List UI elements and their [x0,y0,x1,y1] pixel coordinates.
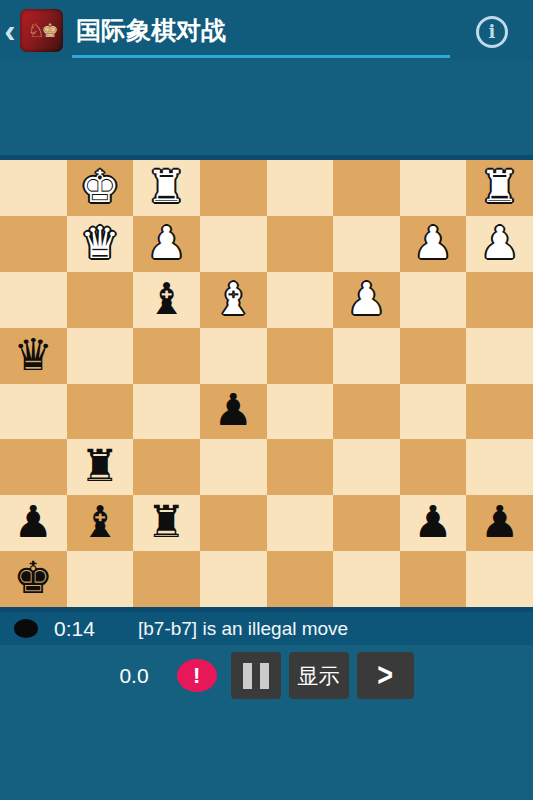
square-b4[interactable] [67,384,134,440]
square-g2[interactable]: ♟ [400,495,467,551]
white-pawn-c7: ♟ [147,221,186,265]
background-spacer [0,60,533,155]
white-pawn-g7: ♟ [413,221,452,265]
white-rook-c8: ♜ [147,165,186,209]
square-f4[interactable] [333,384,400,440]
info-icon[interactable]: i [476,16,508,48]
square-e3[interactable] [267,439,334,495]
square-h1[interactable] [466,551,533,607]
square-a3[interactable] [0,439,67,495]
white-bishop-d6: ♝ [213,277,252,321]
square-h2[interactable]: ♟ [466,495,533,551]
square-a1[interactable]: ♚ [0,551,67,607]
white-pawn-f6: ♟ [347,277,386,321]
white-queen-b7: ♛ [80,221,119,265]
square-d4[interactable]: ♟ [200,384,267,440]
square-d5[interactable] [200,328,267,384]
white-king-b8: ♚ [80,165,119,209]
square-c3[interactable] [133,439,200,495]
square-a8[interactable] [0,160,67,216]
square-c6[interactable]: ♝ [133,272,200,328]
square-e2[interactable] [267,495,334,551]
clock: 0:14 [54,617,114,641]
chevron-right-icon: > [377,656,393,695]
square-g7[interactable]: ♟ [400,216,467,272]
square-f8[interactable] [333,160,400,216]
square-g5[interactable] [400,328,467,384]
square-a4[interactable] [0,384,67,440]
square-e1[interactable] [267,551,334,607]
square-g8[interactable] [400,160,467,216]
square-b1[interactable] [67,551,134,607]
square-d7[interactable] [200,216,267,272]
square-d1[interactable] [200,551,267,607]
square-c4[interactable] [133,384,200,440]
black-turn-indicator-icon [14,619,38,638]
square-c2[interactable]: ♜ [133,495,200,551]
white-pawn-h7: ♟ [480,221,519,265]
square-d3[interactable] [200,439,267,495]
square-c5[interactable] [133,328,200,384]
square-f3[interactable] [333,439,400,495]
show-button[interactable]: 显示 [289,652,349,699]
next-move-button[interactable]: > [357,652,414,699]
square-h3[interactable] [466,439,533,495]
square-b5[interactable] [67,328,134,384]
square-g6[interactable] [400,272,467,328]
square-d2[interactable] [200,495,267,551]
square-a6[interactable] [0,272,67,328]
square-c7[interactable]: ♟ [133,216,200,272]
alert-badge[interactable]: ! [177,659,217,692]
pause-icon [243,663,269,689]
black-rook-c2: ♜ [147,500,186,544]
tab-indicator [72,55,450,58]
black-rook-b3: ♜ [80,444,119,488]
square-h4[interactable] [466,384,533,440]
back-button[interactable]: ‹ [2,13,18,47]
status-bar: 0:14 [b7-b7] is an illegal move [0,612,533,645]
square-d8[interactable] [200,160,267,216]
status-message: [b7-b7] is an illegal move [138,618,348,640]
square-h5[interactable] [466,328,533,384]
evaluation-score: 0.0 [119,664,148,688]
square-a7[interactable] [0,216,67,272]
black-pawn-a2: ♟ [14,500,53,544]
chess-board: ♚♜♜♛♟♟♟♝♝♟♛♟♜♟♝♜♟♟♚ [0,155,533,612]
black-bishop-b2: ♝ [80,500,119,544]
square-a5[interactable]: ♛ [0,328,67,384]
square-h6[interactable] [466,272,533,328]
square-h8[interactable]: ♜ [466,160,533,216]
square-b2[interactable]: ♝ [67,495,134,551]
black-queen-a5: ♛ [14,333,53,377]
square-b3[interactable]: ♜ [67,439,134,495]
square-b6[interactable] [67,272,134,328]
square-f5[interactable] [333,328,400,384]
square-g4[interactable] [400,384,467,440]
square-h7[interactable]: ♟ [466,216,533,272]
pause-button[interactable] [231,652,281,699]
square-c8[interactable]: ♜ [133,160,200,216]
page-title: 国际象棋对战 [76,14,226,47]
square-g1[interactable] [400,551,467,607]
square-b8[interactable]: ♚ [67,160,134,216]
square-b7[interactable]: ♛ [67,216,134,272]
black-bishop-c6: ♝ [147,277,186,321]
black-pawn-d4: ♟ [213,388,252,432]
app-icon: ♘♚ [20,9,63,52]
black-pawn-h2: ♟ [480,500,519,544]
square-g3[interactable] [400,439,467,495]
square-e8[interactable] [267,160,334,216]
square-e5[interactable] [267,328,334,384]
black-pawn-g2: ♟ [413,500,452,544]
white-rook-h8: ♜ [480,165,519,209]
square-f7[interactable] [333,216,400,272]
app-bar: ‹ ♘♚ 国际象棋对战 i [0,0,533,60]
square-e6[interactable] [267,272,334,328]
square-f2[interactable] [333,495,400,551]
square-e7[interactable] [267,216,334,272]
black-king-a1: ♚ [14,556,53,600]
square-e4[interactable] [267,384,334,440]
square-c1[interactable] [133,551,200,607]
control-panel: 0.0 ! 显示 > [0,645,533,800]
square-f6[interactable]: ♟ [333,272,400,328]
square-d6[interactable]: ♝ [200,272,267,328]
square-a2[interactable]: ♟ [0,495,67,551]
square-f1[interactable] [333,551,400,607]
